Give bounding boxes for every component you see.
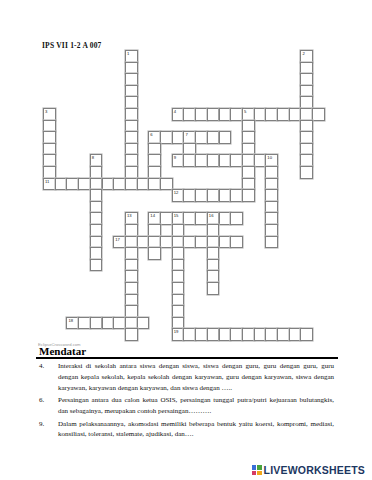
crossword-cell[interactable] — [125, 328, 138, 341]
clue-item: 4. Interaksi di sekolah antara siswa den… — [39, 361, 334, 394]
cell-number: 8 — [92, 155, 94, 160]
crossword-cell[interactable] — [300, 328, 313, 341]
crossword-cell[interactable] — [230, 236, 243, 249]
cell-number: 12 — [174, 190, 179, 195]
heading-rule — [36, 357, 338, 359]
crossword-cell[interactable] — [219, 131, 232, 144]
cell-number: 10 — [267, 155, 272, 160]
crossword-cell[interactable] — [207, 282, 220, 295]
clue-text: Interaksi di sekolah antara siswa dengan… — [58, 361, 334, 394]
logo-square-blue — [252, 465, 257, 470]
clue-text: Dalam pelaksanaannya, akomodasi memiliki… — [58, 419, 334, 441]
clues-list: 4. Interaksi di sekolah antara siswa den… — [39, 361, 334, 442]
liveworksheets-logo-text: LIVEWORKSHEETS — [264, 464, 365, 476]
liveworksheets-logo[interactable]: LIVEWORKSHEETS — [252, 464, 365, 476]
crossword-cell[interactable] — [300, 166, 313, 179]
clues-heading: Mendatar — [39, 345, 86, 357]
crossword-cell[interactable] — [230, 212, 243, 225]
clue-item: 6. Persaingan antara dua calon ketua OSI… — [39, 395, 334, 417]
clue-number: 9. — [39, 419, 58, 441]
cell-number: 7 — [185, 132, 187, 137]
clue-text: Persaingan antara dua calon ketua OSIS, … — [58, 395, 334, 417]
crossword-cell[interactable] — [265, 236, 278, 249]
cell-number: 16 — [209, 213, 214, 218]
crossword-cell[interactable] — [148, 247, 161, 260]
cell-number: 17 — [115, 237, 120, 242]
logo-square-red — [252, 471, 257, 476]
clue-item: 9. Dalam pelaksanaannya, akomodasi memil… — [39, 419, 334, 441]
cell-number: 11 — [45, 179, 49, 184]
logo-square-orange — [257, 471, 262, 476]
cell-number: 19 — [174, 329, 179, 334]
cell-number: 15 — [174, 213, 179, 218]
cell-number: 2 — [302, 51, 304, 56]
crossword-cell[interactable] — [90, 259, 103, 272]
cell-number: 6 — [150, 132, 152, 137]
cell-number: 13 — [127, 213, 132, 218]
crossword-cell[interactable] — [242, 189, 255, 202]
cell-number: 5 — [244, 109, 246, 114]
page-title: IPS VII 1-2 A 007 — [42, 41, 102, 50]
cell-number: 18 — [68, 318, 73, 323]
crossword-cell[interactable] — [137, 317, 150, 330]
cell-number: 9 — [174, 155, 176, 160]
cell-number: 14 — [150, 213, 155, 218]
clue-number: 6. — [39, 395, 58, 417]
crossword-grid: 12345678910111213141516171819 — [43, 50, 324, 340]
crossword-cell[interactable] — [312, 108, 325, 121]
logo-square-green — [257, 465, 262, 470]
cell-number: 3 — [45, 109, 47, 114]
cell-number: 4 — [174, 109, 176, 114]
cell-number: 1 — [127, 51, 129, 56]
liveworksheets-grid-icon — [252, 465, 262, 475]
clue-number: 4. — [39, 361, 58, 394]
